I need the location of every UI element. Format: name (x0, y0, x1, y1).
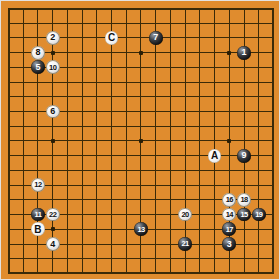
stone-white-12[interactable]: 12 (31, 178, 45, 192)
stone-move-number: 12 (34, 181, 41, 189)
stone-white-18[interactable]: 18 (237, 193, 251, 207)
point-label-B[interactable]: B (31, 222, 45, 236)
point-label-A[interactable]: A (208, 149, 222, 163)
star-point (51, 51, 55, 55)
stone-white-4[interactable]: 4 (46, 237, 60, 251)
stone-move-number: 7 (153, 33, 158, 42)
stone-black-3[interactable]: 3 (222, 237, 236, 251)
star-point (139, 139, 143, 143)
stone-move-number: 11 (35, 211, 42, 219)
star-point (227, 139, 231, 143)
stone-white-16[interactable]: 16 (222, 193, 236, 207)
stone-black-19[interactable]: 19 (252, 208, 266, 222)
stone-move-number: 16 (226, 196, 233, 204)
stone-move-number: 1 (242, 48, 247, 57)
go-board-diagram: 12345678910111213141516171819202122ABC (0, 0, 280, 280)
stone-move-number: 22 (49, 211, 56, 219)
stone-black-5[interactable]: 5 (31, 60, 45, 74)
stone-move-number: 2 (50, 33, 55, 42)
point-label-letter: A (211, 150, 218, 161)
star-point (227, 51, 231, 55)
stone-move-number: 19 (255, 211, 262, 219)
point-label-letter: B (34, 224, 41, 235)
stone-black-13[interactable]: 13 (134, 222, 148, 236)
stone-move-number: 14 (226, 211, 233, 219)
stone-move-number: 15 (240, 211, 247, 219)
stone-black-9[interactable]: 9 (237, 149, 251, 163)
star-point (139, 51, 143, 55)
stone-move-number: 17 (226, 226, 233, 234)
point-label-letter: C (108, 32, 115, 43)
stone-move-number: 4 (50, 240, 55, 249)
go-board[interactable]: 12345678910111213141516171819202122ABC (1, 1, 279, 279)
stone-white-22[interactable]: 22 (46, 208, 60, 222)
stone-white-8[interactable]: 8 (31, 46, 45, 60)
stone-black-1[interactable]: 1 (237, 46, 251, 60)
point-label-C[interactable]: C (105, 31, 119, 45)
star-point (51, 227, 55, 231)
stone-white-2[interactable]: 2 (46, 31, 60, 45)
stone-white-10[interactable]: 10 (46, 60, 60, 74)
stone-move-number: 8 (35, 48, 40, 57)
stone-move-number: 21 (182, 240, 189, 248)
stone-move-number: 6 (50, 107, 55, 116)
stone-move-number: 10 (49, 64, 56, 72)
stone-move-number: 20 (182, 211, 189, 219)
stone-black-7[interactable]: 7 (149, 31, 163, 45)
stone-move-number: 9 (242, 151, 247, 160)
stone-move-number: 5 (35, 63, 40, 72)
stone-white-6[interactable]: 6 (46, 105, 60, 119)
stone-move-number: 18 (240, 196, 247, 204)
stone-black-21[interactable]: 21 (178, 237, 192, 251)
stone-black-11[interactable]: 11 (31, 208, 45, 222)
stone-move-number: 3 (227, 240, 232, 249)
stone-move-number: 13 (137, 226, 144, 234)
star-point (51, 139, 55, 143)
